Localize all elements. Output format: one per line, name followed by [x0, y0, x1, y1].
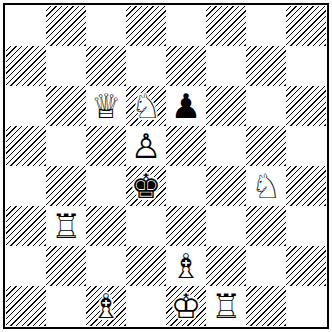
square-a7[interactable]	[6, 46, 46, 86]
square-a1[interactable]	[6, 286, 46, 326]
square-a4[interactable]	[6, 166, 46, 206]
square-f6[interactable]	[206, 86, 246, 126]
square-f2[interactable]	[206, 246, 246, 286]
square-a8[interactable]	[6, 6, 46, 46]
square-g6[interactable]	[246, 86, 286, 126]
white-bishop-e2: ♝♗	[166, 246, 206, 286]
square-e8[interactable]	[166, 6, 206, 46]
square-g1[interactable]	[246, 286, 286, 326]
white-king-e1: ♚♔	[166, 286, 206, 326]
white-pawn-d5: ♟♙	[126, 126, 166, 166]
square-a6[interactable]	[6, 86, 46, 126]
square-b3[interactable]: ♜♖	[46, 206, 86, 246]
square-e6[interactable]: ♟	[166, 86, 206, 126]
chess-board: ♛♕♞♘♟♟♙♚♞♘♜♖♝♗♝♗♚♔♜♖	[6, 6, 326, 326]
square-b8[interactable]	[46, 6, 86, 46]
square-a5[interactable]	[6, 126, 46, 166]
square-b2[interactable]	[46, 246, 86, 286]
square-g7[interactable]	[246, 46, 286, 86]
square-e1[interactable]: ♚♔	[166, 286, 206, 326]
square-h3[interactable]	[286, 206, 326, 246]
square-d5[interactable]: ♟♙	[126, 126, 166, 166]
square-h4[interactable]	[286, 166, 326, 206]
white-knight-d6: ♞♘	[126, 86, 166, 126]
square-h7[interactable]	[286, 46, 326, 86]
square-d3[interactable]	[126, 206, 166, 246]
square-c2[interactable]	[86, 246, 126, 286]
square-e5[interactable]	[166, 126, 206, 166]
square-d6[interactable]: ♞♘	[126, 86, 166, 126]
square-h1[interactable]	[286, 286, 326, 326]
square-d7[interactable]	[126, 46, 166, 86]
white-bishop-c1: ♝♗	[86, 286, 126, 326]
square-b1[interactable]	[46, 286, 86, 326]
square-e4[interactable]	[166, 166, 206, 206]
square-e2[interactable]: ♝♗	[166, 246, 206, 286]
square-c3[interactable]	[86, 206, 126, 246]
square-b6[interactable]	[46, 86, 86, 126]
square-f5[interactable]	[206, 126, 246, 166]
square-g4[interactable]: ♞♘	[246, 166, 286, 206]
square-f4[interactable]	[206, 166, 246, 206]
square-g8[interactable]	[246, 6, 286, 46]
black-pawn-e6: ♟	[166, 86, 206, 126]
square-d4[interactable]: ♚	[126, 166, 166, 206]
square-h2[interactable]	[286, 246, 326, 286]
white-rook-b3: ♜♖	[46, 206, 86, 246]
black-king-d4: ♚	[126, 166, 166, 206]
chess-diagram: ♛♕♞♘♟♟♙♚♞♘♜♖♝♗♝♗♚♔♜♖	[0, 0, 332, 332]
square-h5[interactable]	[286, 126, 326, 166]
square-b5[interactable]	[46, 126, 86, 166]
square-a2[interactable]	[6, 246, 46, 286]
square-c1[interactable]: ♝♗	[86, 286, 126, 326]
white-rook-f1: ♜♖	[206, 286, 246, 326]
white-queen-c6: ♛♕	[86, 86, 126, 126]
square-c6[interactable]: ♛♕	[86, 86, 126, 126]
square-e7[interactable]	[166, 46, 206, 86]
square-d2[interactable]	[126, 246, 166, 286]
square-e3[interactable]	[166, 206, 206, 246]
white-knight-g4: ♞♘	[246, 166, 286, 206]
square-g5[interactable]	[246, 126, 286, 166]
square-d1[interactable]	[126, 286, 166, 326]
square-c5[interactable]	[86, 126, 126, 166]
square-c7[interactable]	[86, 46, 126, 86]
square-g3[interactable]	[246, 206, 286, 246]
square-c4[interactable]	[86, 166, 126, 206]
square-a3[interactable]	[6, 206, 46, 246]
square-b4[interactable]	[46, 166, 86, 206]
square-f3[interactable]	[206, 206, 246, 246]
square-h8[interactable]	[286, 6, 326, 46]
square-h6[interactable]	[286, 86, 326, 126]
square-f8[interactable]	[206, 6, 246, 46]
square-b7[interactable]	[46, 46, 86, 86]
square-c8[interactable]	[86, 6, 126, 46]
square-f1[interactable]: ♜♖	[206, 286, 246, 326]
square-g2[interactable]	[246, 246, 286, 286]
square-f7[interactable]	[206, 46, 246, 86]
square-d8[interactable]	[126, 6, 166, 46]
board-frame: ♛♕♞♘♟♟♙♚♞♘♜♖♝♗♝♗♚♔♜♖	[3, 3, 329, 329]
